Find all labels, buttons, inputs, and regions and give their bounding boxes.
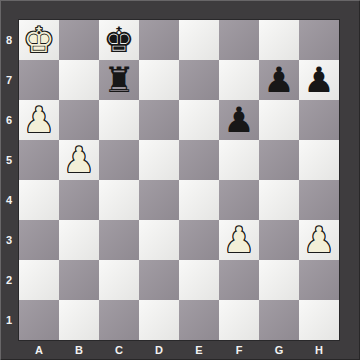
square-d5[interactable]	[139, 140, 179, 180]
square-f5[interactable]	[219, 140, 259, 180]
file-label-f: F	[219, 340, 259, 359]
square-h5[interactable]	[299, 140, 339, 180]
square-f7[interactable]	[219, 60, 259, 100]
square-g7[interactable]: ♟	[259, 60, 299, 100]
square-c1[interactable]	[99, 300, 139, 340]
square-a3[interactable]	[19, 220, 59, 260]
square-a6[interactable]: ♟	[19, 100, 59, 140]
square-e8[interactable]	[179, 20, 219, 60]
square-e2[interactable]	[179, 260, 219, 300]
square-d4[interactable]	[139, 180, 179, 220]
square-h1[interactable]	[299, 300, 339, 340]
square-b4[interactable]	[59, 180, 99, 220]
square-f6[interactable]: ♟	[219, 100, 259, 140]
square-b7[interactable]	[59, 60, 99, 100]
square-c7[interactable]: ♜	[99, 60, 139, 100]
file-label-b: B	[59, 340, 99, 359]
square-f1[interactable]	[219, 300, 259, 340]
file-label-e: E	[179, 340, 219, 359]
square-d6[interactable]	[139, 100, 179, 140]
square-h2[interactable]	[299, 260, 339, 300]
file-label-h: H	[299, 340, 339, 359]
square-e4[interactable]	[179, 180, 219, 220]
square-h3[interactable]: ♟	[299, 220, 339, 260]
rank-label-5: 5	[0, 140, 18, 180]
square-g2[interactable]	[259, 260, 299, 300]
chess-board[interactable]: ♚♚♜♟♟♟♟♟♟♟	[18, 19, 340, 341]
square-h8[interactable]	[299, 20, 339, 60]
file-labels: ABCDEFGH	[19, 340, 339, 359]
white-pawn[interactable]: ♟	[303, 223, 334, 258]
square-d1[interactable]	[139, 300, 179, 340]
square-e6[interactable]	[179, 100, 219, 140]
square-g1[interactable]	[259, 300, 299, 340]
square-d8[interactable]	[139, 20, 179, 60]
square-h7[interactable]: ♟	[299, 60, 339, 100]
rank-label-3: 3	[0, 220, 18, 260]
square-d2[interactable]	[139, 260, 179, 300]
white-pawn[interactable]: ♟	[63, 143, 94, 178]
square-g5[interactable]	[259, 140, 299, 180]
square-f3[interactable]: ♟	[219, 220, 259, 260]
rank-label-6: 6	[0, 100, 18, 140]
square-a8[interactable]: ♚	[19, 20, 59, 60]
black-pawn[interactable]: ♟	[303, 63, 334, 98]
file-label-c: C	[99, 340, 139, 359]
square-e3[interactable]	[179, 220, 219, 260]
square-d7[interactable]	[139, 60, 179, 100]
black-pawn[interactable]: ♟	[223, 103, 254, 138]
square-b8[interactable]	[59, 20, 99, 60]
white-pawn[interactable]: ♟	[223, 223, 254, 258]
square-a2[interactable]	[19, 260, 59, 300]
rank-label-8: 8	[0, 20, 18, 60]
square-f4[interactable]	[219, 180, 259, 220]
square-b6[interactable]	[59, 100, 99, 140]
square-b3[interactable]	[59, 220, 99, 260]
square-c4[interactable]	[99, 180, 139, 220]
square-e5[interactable]	[179, 140, 219, 180]
file-label-g: G	[259, 340, 299, 359]
square-f2[interactable]	[219, 260, 259, 300]
square-c6[interactable]	[99, 100, 139, 140]
square-c2[interactable]	[99, 260, 139, 300]
rank-label-7: 7	[0, 60, 18, 100]
square-g6[interactable]	[259, 100, 299, 140]
square-g8[interactable]	[259, 20, 299, 60]
square-c5[interactable]	[99, 140, 139, 180]
white-pawn[interactable]: ♟	[23, 103, 54, 138]
square-e7[interactable]	[179, 60, 219, 100]
black-pawn[interactable]: ♟	[263, 63, 294, 98]
black-king[interactable]: ♚	[103, 23, 134, 58]
rank-label-2: 2	[0, 260, 18, 300]
file-label-d: D	[139, 340, 179, 359]
square-f8[interactable]	[219, 20, 259, 60]
rank-label-1: 1	[0, 300, 18, 340]
chess-diagram-frame: 87654321 ♚♚♜♟♟♟♟♟♟♟ ABCDEFGH	[0, 0, 360, 360]
square-h4[interactable]	[299, 180, 339, 220]
square-b1[interactable]	[59, 300, 99, 340]
square-a5[interactable]	[19, 140, 59, 180]
square-a1[interactable]	[19, 300, 59, 340]
file-label-a: A	[19, 340, 59, 359]
square-h6[interactable]	[299, 100, 339, 140]
rank-label-4: 4	[0, 180, 18, 220]
square-g3[interactable]	[259, 220, 299, 260]
white-king[interactable]: ♚	[23, 23, 54, 58]
square-a7[interactable]	[19, 60, 59, 100]
square-c3[interactable]	[99, 220, 139, 260]
square-e1[interactable]	[179, 300, 219, 340]
square-b5[interactable]: ♟	[59, 140, 99, 180]
square-b2[interactable]	[59, 260, 99, 300]
square-g4[interactable]	[259, 180, 299, 220]
black-rook[interactable]: ♜	[103, 63, 134, 98]
square-a4[interactable]	[19, 180, 59, 220]
square-c8[interactable]: ♚	[99, 20, 139, 60]
square-d3[interactable]	[139, 220, 179, 260]
rank-labels: 87654321	[0, 20, 18, 340]
